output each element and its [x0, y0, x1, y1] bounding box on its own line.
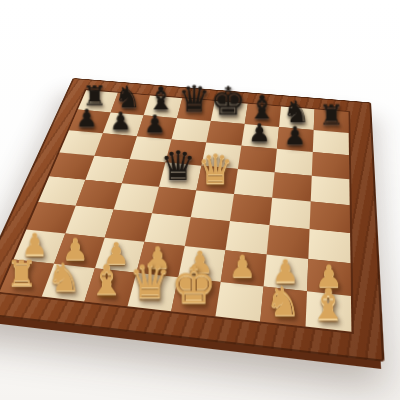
board-grid: ♜♞♝♛♚♝♞♜♟♟♟♟♟♛♛♟♟♟♟♟♟♟♟♜♞♝♛♚♞♝	[0, 90, 351, 332]
square-h7[interactable]	[313, 130, 349, 155]
white-knight-b1[interactable]: ♞	[46, 257, 81, 296]
square-e5[interactable]: ♛	[196, 166, 238, 194]
square-g6[interactable]	[275, 149, 313, 176]
black-pawn-f7[interactable]: ♟	[248, 120, 271, 145]
square-f6[interactable]	[238, 146, 277, 173]
square-g4[interactable]	[270, 198, 311, 229]
black-rook-h8[interactable]: ♜	[318, 102, 343, 130]
square-g1[interactable]: ♞	[260, 287, 307, 327]
square-d8[interactable]: ♛	[177, 98, 215, 121]
square-g5[interactable]	[272, 172, 312, 201]
white-queen-e5[interactable]: ♛	[197, 149, 234, 190]
square-f4[interactable]	[230, 194, 272, 225]
square-d7[interactable]	[171, 118, 210, 142]
black-pawn-a7[interactable]: ♟	[75, 106, 97, 131]
square-a6[interactable]	[59, 130, 102, 155]
square-e1[interactable]: ♚	[171, 277, 220, 316]
square-c7[interactable]: ♟	[137, 115, 177, 139]
white-queen-d1[interactable]: ♛	[129, 258, 172, 306]
black-pawn-b7[interactable]: ♟	[109, 108, 131, 133]
square-e8[interactable]: ♚	[211, 101, 248, 124]
white-rook-a1[interactable]: ♜	[6, 256, 38, 291]
white-bishop-h1[interactable]: ♝	[309, 283, 348, 326]
board-perspective-wrapper: ♜♞♝♛♚♝♞♜♟♟♟♟♟♛♛♟♟♟♟♟♟♟♟♜♞♝♛♚♞♝	[22, 16, 374, 368]
photo-background: ♜♞♝♛♚♝♞♜♟♟♟♟♟♛♛♟♟♟♟♟♟♟♟♜♞♝♛♚♞♝	[0, 0, 400, 400]
white-pawn-f2[interactable]: ♟	[229, 251, 256, 281]
black-pawn-g7[interactable]: ♟	[284, 123, 307, 148]
chess-board-frame: ♜♞♝♛♚♝♞♜♟♟♟♟♟♛♛♟♟♟♟♟♟♟♟♜♞♝♛♚♞♝	[0, 78, 385, 362]
square-d5[interactable]: ♛	[159, 162, 201, 190]
square-f5[interactable]	[234, 169, 275, 198]
square-d4[interactable]	[152, 187, 196, 217]
black-king-e8[interactable]: ♚	[210, 81, 245, 120]
square-h5[interactable]	[311, 176, 350, 205]
square-a4[interactable]	[38, 176, 85, 205]
black-queen-d5[interactable]: ♛	[160, 146, 196, 187]
square-h4[interactable]	[310, 201, 350, 233]
square-h6[interactable]	[312, 152, 350, 179]
black-pawn-c7[interactable]: ♟	[144, 111, 166, 136]
square-h1[interactable]: ♝	[306, 291, 352, 331]
square-e7[interactable]	[206, 121, 244, 146]
square-f2[interactable]: ♟	[221, 250, 267, 286]
white-bishop-c1[interactable]: ♝	[88, 259, 125, 301]
white-knight-g1[interactable]: ♞	[265, 281, 301, 321]
white-king-e1[interactable]: ♚	[171, 259, 217, 311]
square-g7[interactable]: ♟	[277, 127, 314, 152]
black-queen-d8[interactable]: ♛	[178, 81, 211, 118]
square-h8[interactable]: ♜	[314, 109, 349, 133]
square-f7[interactable]: ♟	[241, 124, 279, 149]
square-f1[interactable]	[215, 282, 263, 322]
square-e4[interactable]	[191, 190, 234, 221]
